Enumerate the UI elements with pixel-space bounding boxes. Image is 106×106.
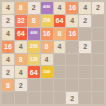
- empty-cell: [15, 92, 27, 104]
- empty-cell: [41, 79, 53, 91]
- tile-2: 2: [15, 79, 27, 91]
- empty-cell: [79, 92, 91, 104]
- tile-4: 4: [79, 2, 91, 14]
- game-board[interactable]: 4824096416422328256644246440961681616425…: [0, 0, 106, 106]
- tile-2: 2: [28, 2, 40, 14]
- tile-2: 2: [2, 15, 14, 27]
- empty-cell: [66, 41, 78, 53]
- tile-4: 4: [2, 2, 14, 14]
- tile-4: 4: [54, 41, 66, 53]
- tile-4: 4: [15, 41, 27, 53]
- tile-4: 4: [41, 54, 53, 66]
- tile-4: 4: [15, 66, 27, 78]
- empty-cell: [41, 92, 53, 104]
- tile-256: 256: [41, 15, 53, 27]
- tile-4: 4: [2, 54, 14, 66]
- empty-cell: [54, 54, 66, 66]
- empty-cell: [54, 66, 66, 78]
- tile-4: 4: [54, 2, 66, 14]
- empty-cell: [92, 15, 104, 27]
- empty-cell: [79, 54, 91, 66]
- empty-cell: [2, 92, 14, 104]
- tile-2: 2: [66, 92, 78, 104]
- tile-64: 64: [54, 15, 66, 27]
- empty-cell: [92, 54, 104, 66]
- tile-8: 8: [54, 28, 66, 40]
- tile-16: 16: [41, 28, 53, 40]
- tile-2: 2: [92, 2, 104, 14]
- empty-cell: [79, 28, 91, 40]
- tile-16: 16: [66, 2, 78, 14]
- empty-cell: [54, 79, 66, 91]
- empty-cell: [66, 66, 78, 78]
- tile-4096: 4096: [41, 2, 53, 14]
- empty-cell: [92, 92, 104, 104]
- tile-64: 64: [15, 28, 27, 40]
- tile-8: 8: [2, 79, 14, 91]
- tile-4: 4: [2, 28, 14, 40]
- empty-cell: [92, 28, 104, 40]
- tile-4: 4: [66, 15, 78, 27]
- tile-4096: 4096: [28, 28, 40, 40]
- empty-cell: [66, 79, 78, 91]
- tile-8: 8: [41, 41, 53, 53]
- tile-2: 2: [2, 66, 14, 78]
- tile-16: 16: [66, 28, 78, 40]
- tile-128: 128: [28, 54, 40, 66]
- empty-cell: [79, 66, 91, 78]
- tile-2048: 2048: [41, 66, 53, 78]
- empty-cell: [28, 79, 40, 91]
- empty-cell: [79, 79, 91, 91]
- tile-2: 2: [79, 15, 91, 27]
- empty-cell: [66, 54, 78, 66]
- empty-cell: [92, 66, 104, 78]
- empty-cell: [92, 79, 104, 91]
- tile-16: 16: [2, 41, 14, 53]
- empty-cell: [54, 92, 66, 104]
- tile-2: 2: [79, 41, 91, 53]
- tile-8: 8: [15, 2, 27, 14]
- tile-64: 64: [28, 66, 40, 78]
- tile-8: 8: [28, 15, 40, 27]
- tile-256: 256: [28, 41, 40, 53]
- tile-8: 8: [15, 54, 27, 66]
- empty-cell: [92, 41, 104, 53]
- empty-cell: [28, 92, 40, 104]
- tile-32: 32: [15, 15, 27, 27]
